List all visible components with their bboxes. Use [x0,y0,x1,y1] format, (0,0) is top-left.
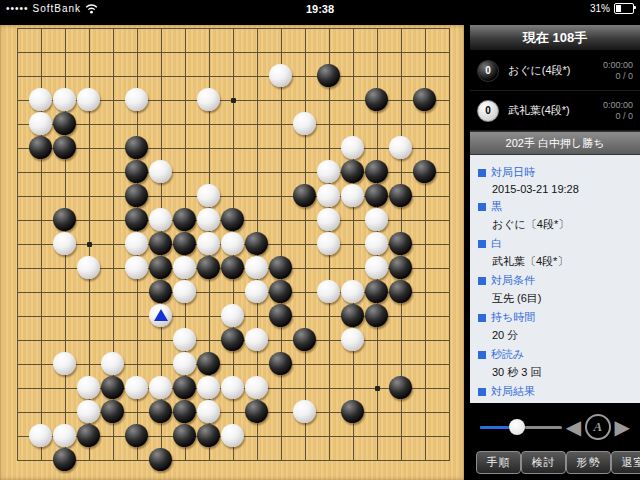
autoplay-button[interactable]: A [585,414,611,440]
white-stone [293,112,316,135]
white-captures-badge: 0 [477,100,499,122]
white-stone [197,208,220,231]
white-stone [77,256,100,279]
battery-icon [614,3,634,14]
info-label: 対局日時 [478,165,632,180]
button-検討[interactable]: 検討 [521,451,566,474]
clock-label: 19:38 [0,3,640,15]
info-label: 白 [478,236,632,251]
black-stone [173,232,196,255]
game-info-sidebar: 現在 108手 0おぐに(4段*)0:00:000 / 00武礼葉(4段*)0:… [470,20,640,480]
black-stone [341,304,364,327]
black-stone [53,136,76,159]
black-stone [173,376,196,399]
grid-line [17,460,450,461]
white-stone [221,424,244,447]
info-value: おぐに〔4段*〕 [492,217,632,232]
white-stone [317,160,340,183]
game-details-panel: 対局日時2015-03-21 19:28黒おぐに〔4段*〕白武礼葉〔4段*〕対局… [470,155,640,403]
grid-line [281,28,282,461]
black-stone [365,304,388,327]
black-stone [101,400,124,423]
white-stone [53,88,76,111]
result-bar: 202手 白中押し勝ち [470,131,640,155]
black-stone [413,160,436,183]
white-stone [221,304,244,327]
black-stone [365,160,388,183]
white-stone [173,352,196,375]
info-value: 互先 (6目) [492,291,632,306]
white-stone [293,400,316,423]
move-slider[interactable] [480,419,562,435]
status-bar: ••••• SoftBank 19:38 31% [0,0,640,20]
black-stone [125,424,148,447]
black-captures-badge: 0 [477,60,499,82]
action-button-row: 手順検討形勢退室 [476,451,634,474]
white-stone [125,256,148,279]
black-stone [293,328,316,351]
bullet-icon [478,203,486,211]
white-stone [245,280,268,303]
white-stone [125,88,148,111]
black-stone [389,280,412,303]
white-stone [29,88,52,111]
previous-move-button[interactable]: ◀ [566,417,581,437]
white-stone [197,232,220,255]
last-move-marker [154,309,168,321]
button-形勢[interactable]: 形勢 [566,451,611,474]
white-stone [221,232,244,255]
white-stone [317,184,340,207]
battery-percent-label: 31% [590,3,610,14]
white-stone [245,328,268,351]
go-board[interactable] [0,25,464,480]
white-stone [149,376,172,399]
black-stone [173,424,196,447]
bullet-icon [478,169,486,177]
white-stone [77,88,100,111]
black-stone [53,448,76,471]
black-stone [149,280,172,303]
info-label: 対局条件 [478,273,632,288]
player-clock: 0:00:000 / 0 [603,60,633,82]
button-退室[interactable]: 退室 [611,451,640,474]
player-name: おぐに(4段*) [508,63,603,78]
player-name: 武礼葉(4段*) [508,103,603,118]
black-stone [389,184,412,207]
go-app-window: ••••• SoftBank 19:38 31% 現在 108手 0おぐに(4段… [0,0,640,480]
black-stone [221,328,244,351]
white-stone [365,256,388,279]
white-stone [53,424,76,447]
black-stone [173,400,196,423]
info-value: 2015-03-21 19:28 [492,183,632,195]
white-stone [317,232,340,255]
player-list: 0おぐに(4段*)0:00:000 / 00武礼葉(4段*)0:00:000 /… [470,51,640,131]
white-stone [125,232,148,255]
black-stone [149,400,172,423]
star-point [231,98,236,103]
white-stone [173,256,196,279]
black-stone [365,280,388,303]
white-stone [341,184,364,207]
black-stone [149,256,172,279]
white-stone [53,232,76,255]
white-stone [173,328,196,351]
playback-controls: ◀ A ▶ 手順検討形勢退室 [470,403,640,480]
star-point [87,242,92,247]
bullet-icon [478,314,486,322]
black-stone [29,136,52,159]
white-stone [365,208,388,231]
info-value: 武礼葉〔4段*〕 [492,254,632,269]
white-stone [365,232,388,255]
black-stone [149,448,172,471]
black-stone [197,424,220,447]
black-stone [101,376,124,399]
white-stone [317,280,340,303]
white-stone [317,208,340,231]
black-stone [53,112,76,135]
bullet-icon [478,240,486,248]
black-stone [125,184,148,207]
white-stone [29,112,52,135]
grid-line [17,364,450,365]
white-stone [245,376,268,399]
grid-line [449,28,450,461]
black-stone [77,424,100,447]
white-stone [77,400,100,423]
black-stone [269,352,292,375]
star-point [375,386,380,391]
battery-info: 31% [590,3,634,14]
info-value: 30 秒 3 回 [492,365,632,380]
white-stone [101,352,124,375]
black-stone [197,352,220,375]
black-stone [269,304,292,327]
white-stone [221,376,244,399]
black-stone [245,400,268,423]
white-stone [149,160,172,183]
white-stone [149,208,172,231]
bullet-icon [478,388,486,396]
white-stone [77,376,100,399]
black-stone [389,376,412,399]
info-value: 20 分 [492,328,632,343]
black-stone [269,256,292,279]
white-stone [197,88,220,111]
black-stone [365,184,388,207]
black-stone [125,208,148,231]
black-stone [365,88,388,111]
white-stone [197,376,220,399]
black-stone [293,184,316,207]
white-stone [125,376,148,399]
black-stone [197,256,220,279]
black-stone [269,280,292,303]
black-stone [125,136,148,159]
black-stone [221,256,244,279]
black-stone [221,208,244,231]
white-stone [53,352,76,375]
black-stone [245,232,268,255]
white-stone [29,424,52,447]
white-stone [173,280,196,303]
grid-line [353,28,354,461]
grid-line [305,28,306,461]
black-stone [341,400,364,423]
info-label: 秒読み [478,347,632,362]
info-label: 対局結果 [478,384,632,399]
info-label: 黒 [478,199,632,214]
black-stone [389,232,412,255]
white-stone [389,136,412,159]
bullet-icon [478,277,486,285]
bullet-icon [478,351,486,359]
current-move-header: 現在 108手 [470,25,640,51]
info-label: 持ち時間 [478,310,632,325]
white-stone [245,256,268,279]
black-stone [317,64,340,87]
white-stone [341,136,364,159]
black-stone [389,256,412,279]
white-stone [269,64,292,87]
black-stone [53,208,76,231]
board-panel [0,20,470,480]
white-stone [341,280,364,303]
white-stone [197,400,220,423]
white-stone [197,184,220,207]
white-stone [341,328,364,351]
black-stone [149,232,172,255]
black-stone [341,160,364,183]
button-手順[interactable]: 手順 [476,451,521,474]
slider-knob[interactable] [509,419,525,435]
player-clock: 0:00:000 / 0 [603,100,633,122]
black-stone [125,160,148,183]
black-stone [173,208,196,231]
player-row-white[interactable]: 0武礼葉(4段*)0:00:000 / 0 [470,91,640,131]
player-row-black[interactable]: 0おぐに(4段*)0:00:000 / 0 [470,51,640,91]
black-stone [413,88,436,111]
next-move-button[interactable]: ▶ [615,417,630,437]
